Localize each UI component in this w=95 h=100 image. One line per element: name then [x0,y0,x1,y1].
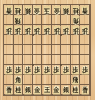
hoshi-dot [32,34,34,36]
piece-sente-pawn[interactable]: 歩 [33,66,41,75]
piece-gote-pawn[interactable]: 歩 [72,26,80,35]
piece-kanji: 金 [54,6,60,15]
cell-9a[interactable]: 香 [4,5,14,15]
cell-2i[interactable]: 桂 [71,85,81,95]
piece-kanji: 銀 [25,86,31,95]
cell-8i[interactable]: 桂 [14,85,24,95]
piece-kanji: 歩 [82,26,88,35]
piece-kanji: 歩 [63,66,69,75]
cell-1h[interactable] [80,75,90,85]
piece-kanji: 桂 [73,86,79,95]
cell-2f[interactable] [71,55,81,65]
cell-9d[interactable] [4,35,14,45]
piece-kanji: 歩 [6,26,12,35]
cell-4a[interactable]: 金 [52,5,62,15]
cell-8f[interactable] [14,55,24,65]
piece-sente-rook[interactable]: 飛 [72,76,80,85]
cell-8a[interactable]: 桂 [14,5,24,15]
cell-3f[interactable] [61,55,71,65]
piece-gote-silver[interactable]: 銀 [24,6,32,15]
piece-gote-pawn[interactable]: 歩 [5,26,13,35]
piece-kanji: 歩 [82,66,88,75]
cell-7e[interactable] [23,45,33,55]
piece-sente-pawn[interactable]: 歩 [43,66,51,75]
cell-1i[interactable]: 香 [80,85,90,95]
piece-gote-rook[interactable]: 飛 [14,16,22,25]
cell-5b[interactable] [42,15,52,25]
cell-4e[interactable] [52,45,62,55]
cell-8c[interactable]: 歩 [14,25,24,35]
piece-kanji: 歩 [73,66,79,75]
cell-9b[interactable] [4,15,14,25]
cell-6b[interactable] [33,15,43,25]
cell-4d[interactable] [52,35,62,45]
cell-4i[interactable]: 金 [52,85,62,95]
hoshi-dot [60,34,62,36]
cell-3e[interactable] [61,45,71,55]
cell-7d[interactable] [23,35,33,45]
cell-5c[interactable]: 歩 [42,25,52,35]
piece-sente-knight[interactable]: 桂 [72,86,80,95]
piece-kanji: 桂 [15,6,21,15]
piece-gote-pawn[interactable]: 歩 [33,26,41,35]
piece-gote-pawn[interactable]: 歩 [14,26,22,35]
piece-kanji: 歩 [44,26,50,35]
cell-4g[interactable]: 歩 [52,65,62,75]
cell-8e[interactable] [14,45,24,55]
piece-sente-silver[interactable]: 銀 [62,86,70,95]
cell-5i[interactable]: 王 [42,85,52,95]
piece-sente-pawn[interactable]: 歩 [53,66,61,75]
cell-1d[interactable] [80,35,90,45]
piece-gote-lance[interactable]: 香 [81,6,89,15]
cell-9i[interactable]: 香 [4,85,14,95]
piece-gote-silver[interactable]: 銀 [62,6,70,15]
cell-4b[interactable] [52,15,62,25]
piece-kanji: 玉 [44,6,50,15]
cell-1f[interactable] [80,55,90,65]
piece-sente-king[interactable]: 王 [43,86,51,95]
cell-2g[interactable]: 歩 [71,65,81,75]
piece-kanji: 銀 [25,6,31,15]
board-grid: 香桂銀金玉金銀桂香飛角歩歩歩歩歩歩歩歩歩歩歩歩歩歩歩歩歩歩角飛香桂銀金王金銀桂香 [3,4,91,96]
cell-1g[interactable]: 歩 [80,65,90,75]
piece-kanji: 歩 [34,66,40,75]
cell-3d[interactable] [61,35,71,45]
piece-sente-silver[interactable]: 銀 [24,86,32,95]
cell-8h[interactable]: 角 [14,75,24,85]
hoshi-dot [32,64,34,66]
piece-gote-pawn[interactable]: 歩 [24,26,32,35]
piece-kanji: 金 [34,86,40,95]
piece-kanji: 角 [15,76,21,85]
cell-3g[interactable]: 歩 [61,65,71,75]
cell-1e[interactable] [80,45,90,55]
cell-8g[interactable]: 歩 [14,65,24,75]
piece-kanji: 歩 [6,66,12,75]
cell-6g[interactable]: 歩 [33,65,43,75]
piece-sente-gold[interactable]: 金 [33,86,41,95]
cell-1a[interactable]: 香 [80,5,90,15]
cell-2h[interactable]: 飛 [71,75,81,85]
piece-sente-pawn[interactable]: 歩 [24,66,32,75]
piece-kanji: 歩 [54,26,60,35]
cell-9g[interactable]: 歩 [4,65,14,75]
cell-1c[interactable]: 歩 [80,25,90,35]
cell-2c[interactable]: 歩 [71,25,81,35]
cell-5a[interactable]: 玉 [42,5,52,15]
cell-9h[interactable] [4,75,14,85]
piece-kanji: 香 [82,86,88,95]
cell-3h[interactable] [61,75,71,85]
cell-5g[interactable]: 歩 [42,65,52,75]
cell-7g[interactable]: 歩 [23,65,33,75]
cell-3a[interactable]: 銀 [61,5,71,15]
piece-kanji: 金 [54,86,60,95]
piece-gote-gold[interactable]: 金 [53,6,61,15]
piece-sente-pawn[interactable]: 歩 [5,66,13,75]
piece-sente-pawn[interactable]: 歩 [14,66,22,75]
piece-gote-king[interactable]: 玉 [43,6,51,15]
cell-9e[interactable] [4,45,14,55]
cell-6d[interactable] [33,35,43,45]
cell-7i[interactable]: 銀 [23,85,33,95]
piece-kanji: 歩 [15,66,21,75]
piece-sente-lance[interactable]: 香 [5,86,13,95]
cell-9f[interactable] [4,55,14,65]
piece-gote-bishop[interactable]: 角 [72,16,80,25]
piece-kanji: 香 [6,86,12,95]
piece-kanji: 歩 [54,66,60,75]
cell-2b[interactable]: 角 [71,15,81,25]
cell-8d[interactable] [14,35,24,45]
piece-kanji: 桂 [15,86,21,95]
piece-sente-pawn[interactable]: 歩 [62,66,70,75]
piece-gote-gold[interactable]: 金 [33,6,41,15]
piece-kanji: 桂 [73,6,79,15]
piece-kanji: 香 [82,6,88,15]
piece-gote-pawn[interactable]: 歩 [43,26,51,35]
piece-kanji: 歩 [34,26,40,35]
cell-5d[interactable] [42,35,52,45]
piece-sente-pawn[interactable]: 歩 [72,66,80,75]
piece-kanji: 飛 [15,16,21,25]
cell-3c[interactable]: 歩 [61,25,71,35]
cell-6a[interactable]: 金 [33,5,43,15]
piece-gote-knight[interactable]: 桂 [72,6,80,15]
piece-kanji: 銀 [63,6,69,15]
piece-kanji: 歩 [44,66,50,75]
cell-2e[interactable] [71,45,81,55]
piece-gote-lance[interactable]: 香 [5,6,13,15]
shogi-board: 香桂銀金玉金銀桂香飛角歩歩歩歩歩歩歩歩歩歩歩歩歩歩歩歩歩歩角飛香桂銀金王金銀桂香 [0,0,95,100]
hoshi-dot [60,64,62,66]
piece-kanji: 歩 [25,66,31,75]
piece-kanji: 王 [44,86,50,95]
piece-kanji: 歩 [15,26,21,35]
cell-2d[interactable] [71,35,81,45]
piece-kanji: 歩 [25,26,31,35]
cell-3b[interactable] [61,15,71,25]
piece-kanji: 銀 [63,86,69,95]
piece-gote-pawn[interactable]: 歩 [53,26,61,35]
piece-sente-gold[interactable]: 金 [53,86,61,95]
cell-8b[interactable]: 飛 [14,15,24,25]
piece-sente-bishop[interactable]: 角 [14,76,22,85]
piece-gote-knight[interactable]: 桂 [14,6,22,15]
cell-7h[interactable] [23,75,33,85]
piece-kanji: 角 [73,16,79,25]
piece-kanji: 香 [6,6,12,15]
piece-kanji: 飛 [73,76,79,85]
piece-gote-pawn[interactable]: 歩 [62,26,70,35]
cell-5e[interactable] [42,45,52,55]
cell-6e[interactable] [33,45,43,55]
piece-sente-pawn[interactable]: 歩 [81,66,89,75]
cell-7b[interactable] [23,15,33,25]
piece-kanji: 歩 [63,26,69,35]
cell-2a[interactable]: 桂 [71,5,81,15]
cell-4h[interactable] [52,75,62,85]
cell-9c[interactable]: 歩 [4,25,14,35]
cell-7a[interactable]: 銀 [23,5,33,15]
cell-6h[interactable] [33,75,43,85]
piece-kanji: 金 [34,6,40,15]
cell-5h[interactable] [42,75,52,85]
cell-3i[interactable]: 銀 [61,85,71,95]
piece-sente-lance[interactable]: 香 [81,86,89,95]
cell-5f[interactable] [42,55,52,65]
piece-sente-knight[interactable]: 桂 [14,86,22,95]
piece-gote-pawn[interactable]: 歩 [81,26,89,35]
cell-1b[interactable] [80,15,90,25]
cell-6c[interactable]: 歩 [33,25,43,35]
cell-6f[interactable] [33,55,43,65]
cell-6i[interactable]: 金 [33,85,43,95]
piece-kanji: 歩 [73,26,79,35]
